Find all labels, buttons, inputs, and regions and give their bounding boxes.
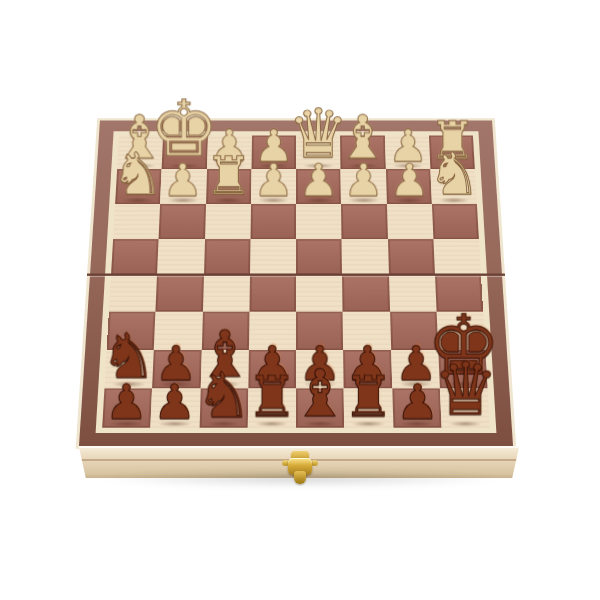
board-field: ♝♚♟♟♛♝♟♜♞♟♜♟♟♟♟♞♞♟♝♟♟♟♟♚♟♟♞♜♝♜♟♛ bbox=[102, 136, 490, 428]
square-a7[interactable]: ♞ bbox=[115, 169, 162, 203]
light-pawn-g7[interactable]: ♟ bbox=[389, 157, 429, 202]
square-d4[interactable] bbox=[249, 275, 296, 312]
light-pawn-d7[interactable]: ♟ bbox=[253, 157, 293, 202]
square-b5[interactable] bbox=[157, 239, 204, 275]
brass-clasp-icon bbox=[283, 451, 317, 489]
dark-rook-d1[interactable]: ♜ bbox=[246, 370, 297, 427]
light-pawn-e7[interactable]: ♟ bbox=[298, 157, 338, 202]
square-g7[interactable]: ♟ bbox=[385, 169, 431, 203]
square-c1[interactable]: ♞ bbox=[199, 388, 248, 428]
square-d7[interactable]: ♟ bbox=[251, 169, 296, 203]
square-e1[interactable]: ♝ bbox=[296, 388, 344, 428]
square-e5[interactable] bbox=[296, 239, 342, 275]
dark-pawn-a1[interactable]: ♟ bbox=[105, 378, 148, 426]
square-f7[interactable]: ♟ bbox=[341, 169, 387, 203]
square-c5[interactable] bbox=[204, 239, 251, 275]
dark-queen-h1[interactable]: ♛ bbox=[433, 353, 499, 426]
square-b6[interactable] bbox=[159, 204, 206, 239]
square-h7[interactable]: ♞ bbox=[430, 169, 477, 203]
square-a1[interactable]: ♟ bbox=[102, 388, 152, 428]
square-e4[interactable] bbox=[296, 275, 343, 312]
square-c7[interactable]: ♜ bbox=[206, 169, 252, 203]
square-e7[interactable]: ♟ bbox=[296, 169, 341, 203]
square-a4[interactable] bbox=[109, 275, 157, 312]
square-f4[interactable] bbox=[342, 275, 389, 312]
light-knight-a7[interactable]: ♞ bbox=[112, 144, 165, 203]
light-rook-c7[interactable]: ♜ bbox=[205, 150, 252, 203]
square-f1[interactable]: ♜ bbox=[344, 388, 393, 428]
square-g6[interactable] bbox=[386, 204, 433, 239]
clasp-latch-tongue bbox=[294, 471, 306, 484]
square-a5[interactable] bbox=[111, 239, 159, 275]
square-b4[interactable] bbox=[156, 275, 204, 312]
square-c4[interactable] bbox=[202, 275, 249, 312]
dark-bishop-e1[interactable]: ♝ bbox=[291, 361, 349, 426]
light-pawn-f7[interactable]: ♟ bbox=[344, 157, 384, 202]
board-border-band: ♝♚♟♟♛♝♟♜♞♟♜♟♟♟♟♞♞♟♝♟♟♟♟♚♟♟♞♜♝♜♟♛ bbox=[79, 121, 513, 446]
square-d5[interactable] bbox=[250, 239, 296, 275]
dark-knight-c1[interactable]: ♞ bbox=[195, 363, 251, 426]
light-pawn-b7[interactable]: ♟ bbox=[163, 157, 203, 202]
square-f6[interactable] bbox=[341, 204, 387, 239]
square-g5[interactable] bbox=[387, 239, 434, 275]
square-b1[interactable]: ♟ bbox=[151, 388, 201, 428]
square-h1[interactable]: ♛ bbox=[440, 388, 490, 428]
square-a6[interactable] bbox=[113, 204, 160, 239]
dark-pawn-b1[interactable]: ♟ bbox=[153, 378, 196, 426]
square-c6[interactable] bbox=[205, 204, 251, 239]
light-knight-h7[interactable]: ♞ bbox=[428, 144, 481, 203]
board-pinstripe-frame: ♝♚♟♟♛♝♟♜♞♟♜♟♟♟♟♞♞♟♝♟♟♟♟♚♟♟♞♜♝♜♟♛ bbox=[96, 131, 497, 433]
product-photo: ♝♚♟♟♛♝♟♜♞♟♜♟♟♟♟♞♞♟♝♟♟♟♟♚♟♟♞♜♝♜♟♛ bbox=[0, 0, 600, 600]
clasp-right-screw bbox=[311, 460, 318, 466]
chess-board: ♝♚♟♟♛♝♟♜♞♟♜♟♟♟♟♞♞♟♝♟♟♟♟♚♟♟♞♜♝♜♟♛ bbox=[76, 118, 517, 448]
square-f5[interactable] bbox=[342, 239, 389, 275]
square-e6[interactable] bbox=[296, 204, 342, 239]
square-h6[interactable] bbox=[432, 204, 479, 239]
square-h5[interactable] bbox=[433, 239, 481, 275]
square-b7[interactable]: ♟ bbox=[160, 169, 206, 203]
square-d1[interactable]: ♜ bbox=[248, 388, 296, 428]
dark-rook-f1[interactable]: ♜ bbox=[343, 370, 394, 427]
square-d6[interactable] bbox=[250, 204, 296, 239]
